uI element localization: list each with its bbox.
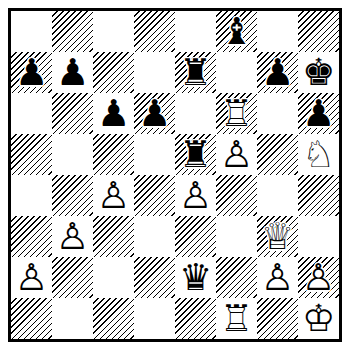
square-b6[interactable] <box>52 93 93 134</box>
piece-underlay: ♟ <box>134 93 175 134</box>
piece-underlay: ♟ <box>52 52 93 93</box>
piece-black-rook: ♜ <box>175 134 216 175</box>
piece-underlay: ♛ <box>257 216 298 257</box>
square-a3[interactable] <box>11 216 52 257</box>
square-d4[interactable] <box>134 175 175 216</box>
square-h8[interactable] <box>298 11 339 52</box>
piece-black-pawn: ♟ <box>11 52 52 93</box>
square-a1[interactable] <box>11 298 52 339</box>
square-h6[interactable]: ♟♟ <box>298 93 339 134</box>
square-f8[interactable]: ♝♝ <box>216 11 257 52</box>
square-c3[interactable] <box>93 216 134 257</box>
square-f3[interactable] <box>216 216 257 257</box>
piece-black-pawn: ♟ <box>298 93 339 134</box>
square-a2[interactable]: ♟♙ <box>11 257 52 298</box>
piece-underlay: ♚ <box>298 298 339 339</box>
piece-underlay: ♜ <box>216 93 257 134</box>
square-e8[interactable] <box>175 11 216 52</box>
piece-underlay: ♟ <box>11 52 52 93</box>
piece-white-queen: ♕ <box>257 216 298 257</box>
piece-black-pawn: ♟ <box>134 93 175 134</box>
square-a5[interactable] <box>11 134 52 175</box>
piece-underlay: ♟ <box>11 257 52 298</box>
square-f5[interactable]: ♟♙ <box>216 134 257 175</box>
square-d2[interactable] <box>134 257 175 298</box>
square-a4[interactable] <box>11 175 52 216</box>
piece-black-pawn: ♟ <box>52 52 93 93</box>
square-g8[interactable] <box>257 11 298 52</box>
square-h1[interactable]: ♚♔ <box>298 298 339 339</box>
square-d3[interactable] <box>134 216 175 257</box>
square-d5[interactable] <box>134 134 175 175</box>
piece-black-queen: ♛ <box>175 257 216 298</box>
piece-underlay: ♟ <box>257 52 298 93</box>
square-d6[interactable]: ♟♟ <box>134 93 175 134</box>
piece-underlay: ♞ <box>298 134 339 175</box>
piece-white-pawn: ♙ <box>11 257 52 298</box>
square-f2[interactable] <box>216 257 257 298</box>
square-c8[interactable] <box>93 11 134 52</box>
piece-underlay: ♟ <box>298 257 339 298</box>
square-f4[interactable] <box>216 175 257 216</box>
square-b8[interactable] <box>52 11 93 52</box>
square-g6[interactable] <box>257 93 298 134</box>
piece-black-bishop: ♝ <box>216 11 257 52</box>
piece-underlay: ♟ <box>93 175 134 216</box>
square-d8[interactable] <box>134 11 175 52</box>
piece-white-rook: ♖ <box>216 298 257 339</box>
square-g2[interactable]: ♟♙ <box>257 257 298 298</box>
piece-underlay: ♟ <box>175 175 216 216</box>
piece-underlay: ♟ <box>216 134 257 175</box>
piece-underlay: ♚ <box>298 52 339 93</box>
square-a6[interactable] <box>11 93 52 134</box>
square-f7[interactable] <box>216 52 257 93</box>
square-e7[interactable]: ♜♜ <box>175 52 216 93</box>
piece-underlay: ♟ <box>257 257 298 298</box>
piece-underlay: ♟ <box>93 93 134 134</box>
piece-underlay: ♟ <box>298 93 339 134</box>
square-e1[interactable] <box>175 298 216 339</box>
piece-white-pawn: ♙ <box>298 257 339 298</box>
piece-black-pawn: ♟ <box>93 93 134 134</box>
square-d1[interactable] <box>134 298 175 339</box>
piece-white-pawn: ♙ <box>93 175 134 216</box>
piece-white-pawn: ♙ <box>257 257 298 298</box>
piece-underlay: ♛ <box>175 257 216 298</box>
square-g3[interactable]: ♛♕ <box>257 216 298 257</box>
piece-underlay: ♝ <box>216 11 257 52</box>
square-e5[interactable]: ♜♜ <box>175 134 216 175</box>
square-b2[interactable] <box>52 257 93 298</box>
piece-underlay: ♟ <box>52 216 93 257</box>
square-h5[interactable]: ♞♘ <box>298 134 339 175</box>
piece-white-pawn: ♙ <box>216 134 257 175</box>
square-b7[interactable]: ♟♟ <box>52 52 93 93</box>
piece-black-king: ♚ <box>298 52 339 93</box>
square-e2[interactable]: ♛♛ <box>175 257 216 298</box>
square-g4[interactable] <box>257 175 298 216</box>
square-g5[interactable] <box>257 134 298 175</box>
piece-white-rook: ♖ <box>216 93 257 134</box>
piece-white-king: ♔ <box>298 298 339 339</box>
square-f1[interactable]: ♜♖ <box>216 298 257 339</box>
piece-underlay: ♜ <box>216 298 257 339</box>
square-e6[interactable] <box>175 93 216 134</box>
square-h2[interactable]: ♟♙ <box>298 257 339 298</box>
square-h7[interactable]: ♚♚ <box>298 52 339 93</box>
chess-diagram: ♝♝♟♟♟♟♜♜♟♟♚♚♟♟♟♟♜♖♟♟♜♜♟♙♞♘♟♙♟♙♟♙♛♕♟♙♛♛♟♙… <box>0 0 350 350</box>
piece-black-pawn: ♟ <box>257 52 298 93</box>
piece-black-rook: ♜ <box>175 52 216 93</box>
square-d7[interactable] <box>134 52 175 93</box>
piece-underlay: ♜ <box>175 134 216 175</box>
square-c4[interactable]: ♟♙ <box>93 175 134 216</box>
square-f6[interactable]: ♜♖ <box>216 93 257 134</box>
square-b3[interactable]: ♟♙ <box>52 216 93 257</box>
square-c5[interactable] <box>93 134 134 175</box>
square-c7[interactable] <box>93 52 134 93</box>
piece-white-pawn: ♙ <box>175 175 216 216</box>
piece-white-pawn: ♙ <box>52 216 93 257</box>
square-b4[interactable] <box>52 175 93 216</box>
square-c6[interactable]: ♟♟ <box>93 93 134 134</box>
piece-white-knight: ♘ <box>298 134 339 175</box>
square-a8[interactable] <box>11 11 52 52</box>
square-c1[interactable] <box>93 298 134 339</box>
square-a7[interactable]: ♟♟ <box>11 52 52 93</box>
square-h3[interactable] <box>298 216 339 257</box>
square-b5[interactable] <box>52 134 93 175</box>
square-g7[interactable]: ♟♟ <box>257 52 298 93</box>
piece-underlay: ♜ <box>175 52 216 93</box>
square-g1[interactable] <box>257 298 298 339</box>
square-c2[interactable] <box>93 257 134 298</box>
board-frame: ♝♝♟♟♟♟♜♜♟♟♚♚♟♟♟♟♜♖♟♟♜♜♟♙♞♘♟♙♟♙♟♙♛♕♟♙♛♛♟♙… <box>8 8 342 342</box>
square-h4[interactable] <box>298 175 339 216</box>
square-e4[interactable]: ♟♙ <box>175 175 216 216</box>
chess-board: ♝♝♟♟♟♟♜♜♟♟♚♚♟♟♟♟♜♖♟♟♜♜♟♙♞♘♟♙♟♙♟♙♛♕♟♙♛♛♟♙… <box>11 11 339 339</box>
square-b1[interactable] <box>52 298 93 339</box>
square-e3[interactable] <box>175 216 216 257</box>
